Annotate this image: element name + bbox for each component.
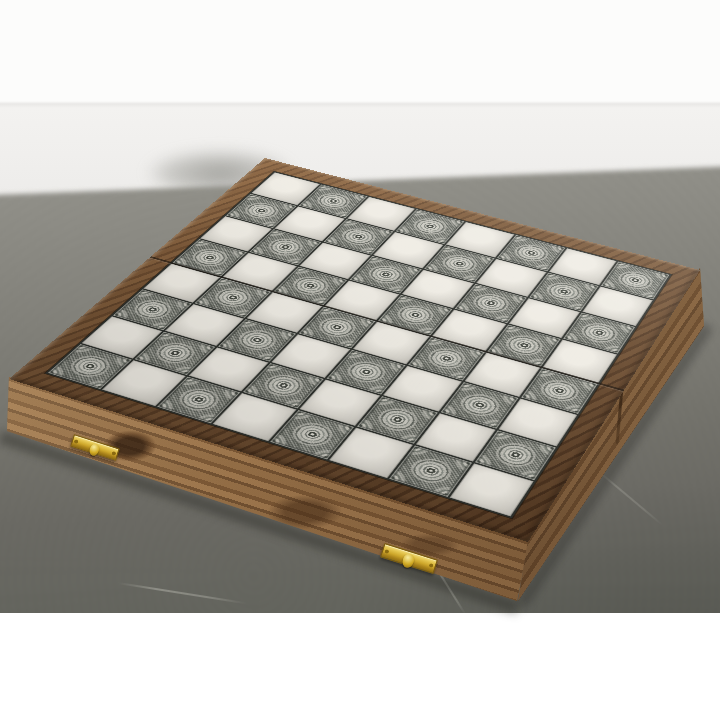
latch-clasp-icon xyxy=(88,443,100,457)
bottom-white-band xyxy=(0,613,720,720)
scene xyxy=(0,0,720,720)
